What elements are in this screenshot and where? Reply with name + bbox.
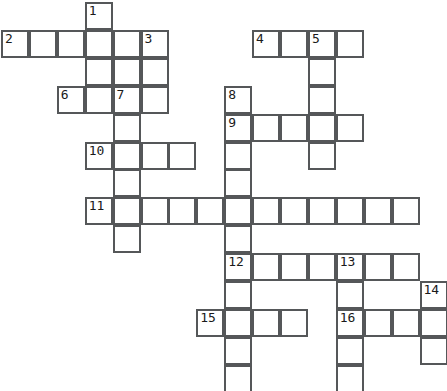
cell-r6c8[interactable] [224,169,252,197]
cell-r2c5[interactable] [141,58,169,86]
clue-number-8: 8 [228,88,236,101]
cell-r3c2[interactable]: 6 [57,86,85,114]
cell-r1c2[interactable] [57,30,85,58]
cell-r7c8[interactable] [224,197,252,225]
cell-r1c5[interactable]: 3 [141,30,169,58]
cell-r7c7[interactable] [196,197,224,225]
cell-r5c5[interactable] [141,142,169,170]
clue-number-15: 15 [200,311,216,324]
clue-number-5: 5 [312,32,320,45]
clue-number-16: 16 [340,311,356,324]
cell-r13c8[interactable] [224,365,252,391]
cell-r3c3[interactable] [85,86,113,114]
cell-r6c4[interactable] [113,169,141,197]
cell-r0c3[interactable]: 1 [85,2,113,30]
cell-r3c5[interactable] [141,86,169,114]
clue-number-9: 9 [228,116,236,129]
cell-r3c4[interactable]: 7 [113,86,141,114]
cell-r1c9[interactable]: 4 [252,30,280,58]
cell-r7c9[interactable] [252,197,280,225]
clue-number-12: 12 [228,255,244,268]
clue-number-10: 10 [89,144,105,157]
cell-r3c8[interactable]: 8 [224,86,252,114]
cell-r1c0[interactable]: 2 [1,30,29,58]
cell-r7c3[interactable]: 11 [85,197,113,225]
cell-r5c6[interactable] [168,142,196,170]
clue-number-11: 11 [89,199,105,212]
cell-r11c14[interactable] [392,309,420,337]
cell-r9c9[interactable] [252,253,280,281]
crossword-board: 12345678910111213141516 [0,0,447,391]
cell-r13c12[interactable] [336,365,364,391]
cell-r5c11[interactable] [308,142,336,170]
cell-r7c12[interactable] [336,197,364,225]
cell-r5c3[interactable]: 10 [85,142,113,170]
cell-r5c4[interactable] [113,142,141,170]
cell-r12c15[interactable] [420,337,447,365]
cell-r9c14[interactable] [392,253,420,281]
cell-r2c3[interactable] [85,58,113,86]
clue-number-7: 7 [117,88,125,101]
cell-r1c10[interactable] [280,30,308,58]
cell-r11c12[interactable]: 16 [336,309,364,337]
clue-number-4: 4 [256,32,264,45]
clue-number-1: 1 [89,4,97,17]
cell-r7c6[interactable] [168,197,196,225]
cell-r1c3[interactable] [85,30,113,58]
cell-r10c15[interactable]: 14 [420,281,447,309]
cell-r11c8[interactable] [224,309,252,337]
cell-r2c4[interactable] [113,58,141,86]
cell-r1c4[interactable] [113,30,141,58]
cell-r11c13[interactable] [364,309,392,337]
cell-r10c12[interactable] [336,281,364,309]
cell-r9c13[interactable] [364,253,392,281]
cell-r7c13[interactable] [364,197,392,225]
cell-r12c12[interactable] [336,337,364,365]
cell-r4c8[interactable]: 9 [224,114,252,142]
cell-r7c4[interactable] [113,197,141,225]
cell-r10c8[interactable] [224,281,252,309]
cell-r4c12[interactable] [336,114,364,142]
cell-r1c12[interactable] [336,30,364,58]
cell-r11c15[interactable] [420,309,447,337]
cell-r8c4[interactable] [113,225,141,253]
cell-r7c5[interactable] [141,197,169,225]
cell-r4c11[interactable] [308,114,336,142]
cell-r3c11[interactable] [308,86,336,114]
clue-number-3: 3 [145,32,153,45]
cell-r7c14[interactable] [392,197,420,225]
cell-r9c11[interactable] [308,253,336,281]
clue-number-2: 2 [5,32,13,45]
cell-r8c8[interactable] [224,225,252,253]
cell-r4c10[interactable] [280,114,308,142]
cell-r5c8[interactable] [224,142,252,170]
cell-r12c8[interactable] [224,337,252,365]
cell-r9c8[interactable]: 12 [224,253,252,281]
cell-r4c9[interactable] [252,114,280,142]
clue-number-14: 14 [424,283,440,296]
cell-r11c9[interactable] [252,309,280,337]
clue-number-13: 13 [340,255,356,268]
cell-r9c10[interactable] [280,253,308,281]
cell-r7c11[interactable] [308,197,336,225]
cell-r11c10[interactable] [280,309,308,337]
cell-r11c7[interactable]: 15 [196,309,224,337]
cell-r1c1[interactable] [29,30,57,58]
cell-r1c11[interactable]: 5 [308,30,336,58]
cell-r7c10[interactable] [280,197,308,225]
cell-r2c11[interactable] [308,58,336,86]
clue-number-6: 6 [61,88,69,101]
cell-r4c4[interactable] [113,114,141,142]
cell-r9c12[interactable]: 13 [336,253,364,281]
